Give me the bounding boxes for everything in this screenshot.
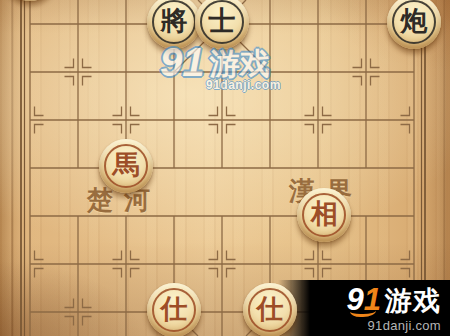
piece-glyph: 相 <box>297 188 351 242</box>
center-logo-number: 91 <box>160 42 205 82</box>
center-watermark-url: 91danji.com <box>206 78 281 92</box>
xiangqi-board-screenshot: 楚河 漢界 91 游戏 91danji.com 將士炮馬相仕仕 91 游戏 91… <box>0 0 450 336</box>
piece-f7-red-advisor-right[interactable]: 仕 <box>243 283 297 336</box>
piece-glyph: 馬 <box>99 139 153 193</box>
piece-glyph <box>3 0 57 1</box>
piece-glyph: 炮 <box>387 0 441 49</box>
piece-c4-red-horse[interactable]: 馬 <box>99 139 153 193</box>
center-watermark-logo: 91 游戏 <box>160 42 281 82</box>
piece-glyph: 仕 <box>243 283 297 336</box>
piece-d7-red-advisor-left[interactable]: 仕 <box>147 283 201 336</box>
piece-i1-black-cannon[interactable]: 炮 <box>387 0 441 49</box>
piece-glyph: 仕 <box>147 283 201 336</box>
center-logo-text: 游戏 <box>210 49 270 79</box>
center-watermark: 91 游戏 91danji.com <box>160 42 281 92</box>
piece-g5-red-elephant[interactable]: 相 <box>297 188 351 242</box>
piece-a0-cropped-piece[interactable] <box>3 0 57 1</box>
